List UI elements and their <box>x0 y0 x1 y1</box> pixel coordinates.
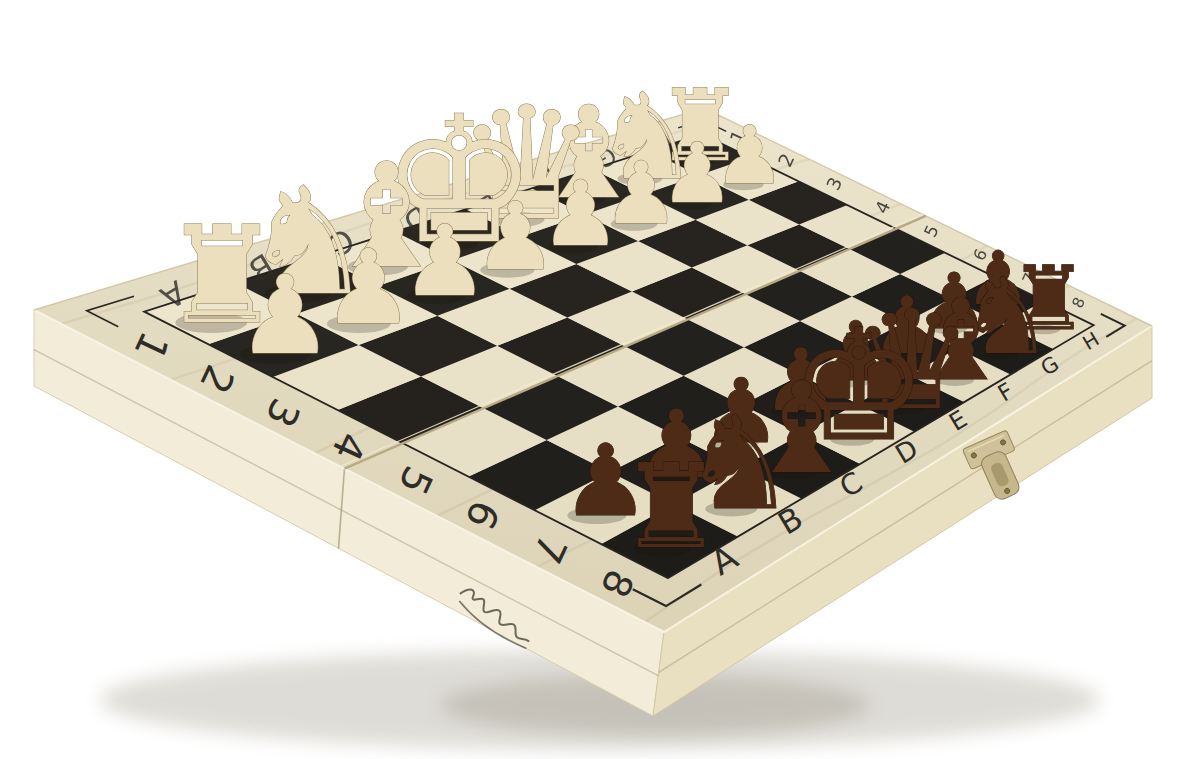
piece-white-pawn-a2[interactable]: ♟ <box>236 252 334 379</box>
piece-white-pawn-b2[interactable]: ♟ <box>322 227 414 347</box>
piece-black-rook-a8[interactable]: ♜ <box>619 438 724 575</box>
chess-board: 1A1A2B2B3C3C4D4D5E5E6F6F7G7G8H8H♜♞♟♝♟♛♟♚… <box>0 0 1200 759</box>
product-photo-scene: 1A1A2B2B3C3C4D4D5E5E6F6F7G7G8H8H♜♞♟♝♟♛♟♚… <box>0 0 1200 759</box>
